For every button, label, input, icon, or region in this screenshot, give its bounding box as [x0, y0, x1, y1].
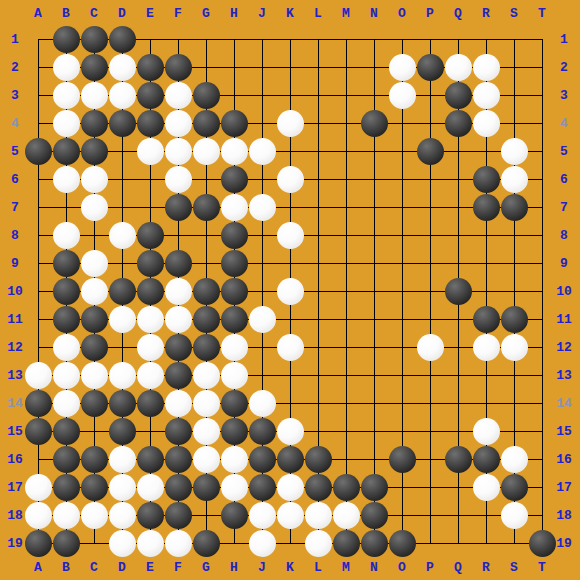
- point-B3[interactable]: [52, 81, 80, 109]
- point-M1[interactable]: [332, 25, 360, 53]
- point-T11[interactable]: [528, 305, 556, 333]
- point-P5[interactable]: [416, 137, 444, 165]
- point-B14[interactable]: [52, 389, 80, 417]
- point-O16[interactable]: [388, 445, 416, 473]
- point-J3[interactable]: [248, 81, 276, 109]
- point-B8[interactable]: [52, 221, 80, 249]
- point-T17[interactable]: [528, 473, 556, 501]
- point-S10[interactable]: [500, 277, 528, 305]
- point-P11[interactable]: [416, 305, 444, 333]
- point-B7[interactable]: [52, 193, 80, 221]
- point-F19[interactable]: [164, 529, 192, 557]
- point-L9[interactable]: [304, 249, 332, 277]
- point-R7[interactable]: [472, 193, 500, 221]
- point-M19[interactable]: [332, 529, 360, 557]
- point-N7[interactable]: [360, 193, 388, 221]
- point-T2[interactable]: [528, 53, 556, 81]
- point-L8[interactable]: [304, 221, 332, 249]
- point-M8[interactable]: [332, 221, 360, 249]
- point-D17[interactable]: [108, 473, 136, 501]
- point-O2[interactable]: [388, 53, 416, 81]
- point-G1[interactable]: [192, 25, 220, 53]
- point-E2[interactable]: [136, 53, 164, 81]
- point-G6[interactable]: [192, 165, 220, 193]
- point-A9[interactable]: [24, 249, 52, 277]
- point-Q12[interactable]: [444, 333, 472, 361]
- point-H10[interactable]: [220, 277, 248, 305]
- point-M17[interactable]: [332, 473, 360, 501]
- point-L11[interactable]: [304, 305, 332, 333]
- point-J13[interactable]: [248, 361, 276, 389]
- point-F10[interactable]: [164, 277, 192, 305]
- point-M11[interactable]: [332, 305, 360, 333]
- point-B1[interactable]: [52, 25, 80, 53]
- point-S14[interactable]: [500, 389, 528, 417]
- point-D3[interactable]: [108, 81, 136, 109]
- point-E7[interactable]: [136, 193, 164, 221]
- point-T6[interactable]: [528, 165, 556, 193]
- point-J19[interactable]: [248, 529, 276, 557]
- point-P7[interactable]: [416, 193, 444, 221]
- point-J15[interactable]: [248, 417, 276, 445]
- point-R8[interactable]: [472, 221, 500, 249]
- point-K12[interactable]: [276, 333, 304, 361]
- point-E5[interactable]: [136, 137, 164, 165]
- point-J2[interactable]: [248, 53, 276, 81]
- point-B15[interactable]: [52, 417, 80, 445]
- point-H2[interactable]: [220, 53, 248, 81]
- point-L4[interactable]: [304, 109, 332, 137]
- point-B4[interactable]: [52, 109, 80, 137]
- point-H17[interactable]: [220, 473, 248, 501]
- point-D4[interactable]: [108, 109, 136, 137]
- point-O7[interactable]: [388, 193, 416, 221]
- point-O1[interactable]: [388, 25, 416, 53]
- point-D5[interactable]: [108, 137, 136, 165]
- point-A2[interactable]: [24, 53, 52, 81]
- point-B10[interactable]: [52, 277, 80, 305]
- point-F13[interactable]: [164, 361, 192, 389]
- point-K15[interactable]: [276, 417, 304, 445]
- point-C1[interactable]: [80, 25, 108, 53]
- point-S15[interactable]: [500, 417, 528, 445]
- point-T4[interactable]: [528, 109, 556, 137]
- point-C18[interactable]: [80, 501, 108, 529]
- point-Q8[interactable]: [444, 221, 472, 249]
- point-H11[interactable]: [220, 305, 248, 333]
- point-M13[interactable]: [332, 361, 360, 389]
- point-B19[interactable]: [52, 529, 80, 557]
- point-T10[interactable]: [528, 277, 556, 305]
- point-J16[interactable]: [248, 445, 276, 473]
- point-M2[interactable]: [332, 53, 360, 81]
- point-E18[interactable]: [136, 501, 164, 529]
- point-E13[interactable]: [136, 361, 164, 389]
- point-A8[interactable]: [24, 221, 52, 249]
- point-D18[interactable]: [108, 501, 136, 529]
- point-C19[interactable]: [80, 529, 108, 557]
- point-P1[interactable]: [416, 25, 444, 53]
- point-G19[interactable]: [192, 529, 220, 557]
- point-A3[interactable]: [24, 81, 52, 109]
- point-F8[interactable]: [164, 221, 192, 249]
- point-L17[interactable]: [304, 473, 332, 501]
- point-A17[interactable]: [24, 473, 52, 501]
- point-A6[interactable]: [24, 165, 52, 193]
- point-Q3[interactable]: [444, 81, 472, 109]
- point-A7[interactable]: [24, 193, 52, 221]
- point-K10[interactable]: [276, 277, 304, 305]
- point-B2[interactable]: [52, 53, 80, 81]
- point-M14[interactable]: [332, 389, 360, 417]
- point-P17[interactable]: [416, 473, 444, 501]
- point-R10[interactable]: [472, 277, 500, 305]
- point-H19[interactable]: [220, 529, 248, 557]
- point-D7[interactable]: [108, 193, 136, 221]
- point-O17[interactable]: [388, 473, 416, 501]
- point-T18[interactable]: [528, 501, 556, 529]
- point-S17[interactable]: [500, 473, 528, 501]
- point-R1[interactable]: [472, 25, 500, 53]
- point-R2[interactable]: [472, 53, 500, 81]
- point-R16[interactable]: [472, 445, 500, 473]
- point-F3[interactable]: [164, 81, 192, 109]
- point-Q1[interactable]: [444, 25, 472, 53]
- point-T7[interactable]: [528, 193, 556, 221]
- point-R14[interactable]: [472, 389, 500, 417]
- point-N11[interactable]: [360, 305, 388, 333]
- point-F1[interactable]: [164, 25, 192, 53]
- point-G12[interactable]: [192, 333, 220, 361]
- point-E14[interactable]: [136, 389, 164, 417]
- point-N13[interactable]: [360, 361, 388, 389]
- point-H9[interactable]: [220, 249, 248, 277]
- point-A15[interactable]: [24, 417, 52, 445]
- point-N8[interactable]: [360, 221, 388, 249]
- point-Q7[interactable]: [444, 193, 472, 221]
- point-O5[interactable]: [388, 137, 416, 165]
- point-B5[interactable]: [52, 137, 80, 165]
- point-A19[interactable]: [24, 529, 52, 557]
- point-G17[interactable]: [192, 473, 220, 501]
- point-P10[interactable]: [416, 277, 444, 305]
- point-T12[interactable]: [528, 333, 556, 361]
- point-A12[interactable]: [24, 333, 52, 361]
- point-J8[interactable]: [248, 221, 276, 249]
- point-N6[interactable]: [360, 165, 388, 193]
- point-S7[interactable]: [500, 193, 528, 221]
- point-F12[interactable]: [164, 333, 192, 361]
- point-S6[interactable]: [500, 165, 528, 193]
- point-T19[interactable]: [528, 529, 556, 557]
- point-P3[interactable]: [416, 81, 444, 109]
- point-D19[interactable]: [108, 529, 136, 557]
- point-E8[interactable]: [136, 221, 164, 249]
- point-F11[interactable]: [164, 305, 192, 333]
- point-H15[interactable]: [220, 417, 248, 445]
- point-R12[interactable]: [472, 333, 500, 361]
- point-E6[interactable]: [136, 165, 164, 193]
- point-L7[interactable]: [304, 193, 332, 221]
- point-P8[interactable]: [416, 221, 444, 249]
- point-N14[interactable]: [360, 389, 388, 417]
- point-E1[interactable]: [136, 25, 164, 53]
- point-Q9[interactable]: [444, 249, 472, 277]
- point-D1[interactable]: [108, 25, 136, 53]
- point-J9[interactable]: [248, 249, 276, 277]
- point-K18[interactable]: [276, 501, 304, 529]
- point-T5[interactable]: [528, 137, 556, 165]
- point-T13[interactable]: [528, 361, 556, 389]
- point-R18[interactable]: [472, 501, 500, 529]
- point-F9[interactable]: [164, 249, 192, 277]
- point-D15[interactable]: [108, 417, 136, 445]
- point-G10[interactable]: [192, 277, 220, 305]
- point-O18[interactable]: [388, 501, 416, 529]
- point-G15[interactable]: [192, 417, 220, 445]
- point-F14[interactable]: [164, 389, 192, 417]
- point-L19[interactable]: [304, 529, 332, 557]
- point-D16[interactable]: [108, 445, 136, 473]
- point-R6[interactable]: [472, 165, 500, 193]
- point-Q14[interactable]: [444, 389, 472, 417]
- point-R3[interactable]: [472, 81, 500, 109]
- point-M6[interactable]: [332, 165, 360, 193]
- point-Q2[interactable]: [444, 53, 472, 81]
- point-C10[interactable]: [80, 277, 108, 305]
- point-H18[interactable]: [220, 501, 248, 529]
- point-Q4[interactable]: [444, 109, 472, 137]
- point-A16[interactable]: [24, 445, 52, 473]
- point-J18[interactable]: [248, 501, 276, 529]
- point-K1[interactable]: [276, 25, 304, 53]
- point-N2[interactable]: [360, 53, 388, 81]
- point-Q17[interactable]: [444, 473, 472, 501]
- point-K9[interactable]: [276, 249, 304, 277]
- point-M10[interactable]: [332, 277, 360, 305]
- point-K3[interactable]: [276, 81, 304, 109]
- point-P13[interactable]: [416, 361, 444, 389]
- point-P12[interactable]: [416, 333, 444, 361]
- point-K13[interactable]: [276, 361, 304, 389]
- point-Q10[interactable]: [444, 277, 472, 305]
- point-A18[interactable]: [24, 501, 52, 529]
- point-P6[interactable]: [416, 165, 444, 193]
- point-E12[interactable]: [136, 333, 164, 361]
- point-F17[interactable]: [164, 473, 192, 501]
- point-F4[interactable]: [164, 109, 192, 137]
- point-S18[interactable]: [500, 501, 528, 529]
- point-R17[interactable]: [472, 473, 500, 501]
- point-H12[interactable]: [220, 333, 248, 361]
- point-N10[interactable]: [360, 277, 388, 305]
- point-E10[interactable]: [136, 277, 164, 305]
- point-P4[interactable]: [416, 109, 444, 137]
- point-H16[interactable]: [220, 445, 248, 473]
- point-J14[interactable]: [248, 389, 276, 417]
- point-N1[interactable]: [360, 25, 388, 53]
- point-L2[interactable]: [304, 53, 332, 81]
- point-G8[interactable]: [192, 221, 220, 249]
- point-R13[interactable]: [472, 361, 500, 389]
- point-L13[interactable]: [304, 361, 332, 389]
- point-G5[interactable]: [192, 137, 220, 165]
- point-F18[interactable]: [164, 501, 192, 529]
- point-C12[interactable]: [80, 333, 108, 361]
- point-P19[interactable]: [416, 529, 444, 557]
- point-M4[interactable]: [332, 109, 360, 137]
- point-A14[interactable]: [24, 389, 52, 417]
- point-M12[interactable]: [332, 333, 360, 361]
- point-H13[interactable]: [220, 361, 248, 389]
- point-C3[interactable]: [80, 81, 108, 109]
- point-E17[interactable]: [136, 473, 164, 501]
- point-J17[interactable]: [248, 473, 276, 501]
- point-E9[interactable]: [136, 249, 164, 277]
- point-L10[interactable]: [304, 277, 332, 305]
- point-R4[interactable]: [472, 109, 500, 137]
- point-G11[interactable]: [192, 305, 220, 333]
- point-M3[interactable]: [332, 81, 360, 109]
- point-L18[interactable]: [304, 501, 332, 529]
- point-F15[interactable]: [164, 417, 192, 445]
- point-O13[interactable]: [388, 361, 416, 389]
- point-E19[interactable]: [136, 529, 164, 557]
- point-K5[interactable]: [276, 137, 304, 165]
- point-G4[interactable]: [192, 109, 220, 137]
- point-T15[interactable]: [528, 417, 556, 445]
- point-T14[interactable]: [528, 389, 556, 417]
- point-O12[interactable]: [388, 333, 416, 361]
- point-R11[interactable]: [472, 305, 500, 333]
- point-E3[interactable]: [136, 81, 164, 109]
- point-O9[interactable]: [388, 249, 416, 277]
- point-B13[interactable]: [52, 361, 80, 389]
- point-O3[interactable]: [388, 81, 416, 109]
- point-E15[interactable]: [136, 417, 164, 445]
- point-G3[interactable]: [192, 81, 220, 109]
- point-P18[interactable]: [416, 501, 444, 529]
- point-M5[interactable]: [332, 137, 360, 165]
- point-T3[interactable]: [528, 81, 556, 109]
- point-B16[interactable]: [52, 445, 80, 473]
- point-H3[interactable]: [220, 81, 248, 109]
- point-M16[interactable]: [332, 445, 360, 473]
- point-B9[interactable]: [52, 249, 80, 277]
- point-C11[interactable]: [80, 305, 108, 333]
- point-A11[interactable]: [24, 305, 52, 333]
- point-Q13[interactable]: [444, 361, 472, 389]
- point-C2[interactable]: [80, 53, 108, 81]
- point-D11[interactable]: [108, 305, 136, 333]
- point-N4[interactable]: [360, 109, 388, 137]
- point-K6[interactable]: [276, 165, 304, 193]
- point-F7[interactable]: [164, 193, 192, 221]
- point-J11[interactable]: [248, 305, 276, 333]
- point-M9[interactable]: [332, 249, 360, 277]
- point-K16[interactable]: [276, 445, 304, 473]
- point-F16[interactable]: [164, 445, 192, 473]
- point-D14[interactable]: [108, 389, 136, 417]
- point-N17[interactable]: [360, 473, 388, 501]
- point-G16[interactable]: [192, 445, 220, 473]
- point-S2[interactable]: [500, 53, 528, 81]
- point-G7[interactable]: [192, 193, 220, 221]
- point-O10[interactable]: [388, 277, 416, 305]
- point-H4[interactable]: [220, 109, 248, 137]
- point-S8[interactable]: [500, 221, 528, 249]
- point-N9[interactable]: [360, 249, 388, 277]
- point-P2[interactable]: [416, 53, 444, 81]
- point-M7[interactable]: [332, 193, 360, 221]
- point-L6[interactable]: [304, 165, 332, 193]
- point-S19[interactable]: [500, 529, 528, 557]
- point-R19[interactable]: [472, 529, 500, 557]
- point-S4[interactable]: [500, 109, 528, 137]
- point-J12[interactable]: [248, 333, 276, 361]
- point-N18[interactable]: [360, 501, 388, 529]
- point-F6[interactable]: [164, 165, 192, 193]
- point-K17[interactable]: [276, 473, 304, 501]
- point-E16[interactable]: [136, 445, 164, 473]
- point-S13[interactable]: [500, 361, 528, 389]
- point-F2[interactable]: [164, 53, 192, 81]
- point-K7[interactable]: [276, 193, 304, 221]
- point-N12[interactable]: [360, 333, 388, 361]
- point-C14[interactable]: [80, 389, 108, 417]
- point-S16[interactable]: [500, 445, 528, 473]
- point-H8[interactable]: [220, 221, 248, 249]
- point-E11[interactable]: [136, 305, 164, 333]
- point-B17[interactable]: [52, 473, 80, 501]
- point-C16[interactable]: [80, 445, 108, 473]
- point-D2[interactable]: [108, 53, 136, 81]
- point-J6[interactable]: [248, 165, 276, 193]
- point-M18[interactable]: [332, 501, 360, 529]
- point-L16[interactable]: [304, 445, 332, 473]
- point-Q16[interactable]: [444, 445, 472, 473]
- point-S11[interactable]: [500, 305, 528, 333]
- point-B18[interactable]: [52, 501, 80, 529]
- point-L12[interactable]: [304, 333, 332, 361]
- point-M15[interactable]: [332, 417, 360, 445]
- point-C17[interactable]: [80, 473, 108, 501]
- point-K8[interactable]: [276, 221, 304, 249]
- point-O4[interactable]: [388, 109, 416, 137]
- point-L5[interactable]: [304, 137, 332, 165]
- point-R15[interactable]: [472, 417, 500, 445]
- point-B12[interactable]: [52, 333, 80, 361]
- point-S12[interactable]: [500, 333, 528, 361]
- point-K19[interactable]: [276, 529, 304, 557]
- point-S9[interactable]: [500, 249, 528, 277]
- point-A10[interactable]: [24, 277, 52, 305]
- point-H14[interactable]: [220, 389, 248, 417]
- point-O8[interactable]: [388, 221, 416, 249]
- point-N16[interactable]: [360, 445, 388, 473]
- point-A5[interactable]: [24, 137, 52, 165]
- point-P15[interactable]: [416, 417, 444, 445]
- point-T8[interactable]: [528, 221, 556, 249]
- point-O15[interactable]: [388, 417, 416, 445]
- point-C13[interactable]: [80, 361, 108, 389]
- point-C4[interactable]: [80, 109, 108, 137]
- point-O6[interactable]: [388, 165, 416, 193]
- point-D9[interactable]: [108, 249, 136, 277]
- point-H6[interactable]: [220, 165, 248, 193]
- point-E4[interactable]: [136, 109, 164, 137]
- point-T1[interactable]: [528, 25, 556, 53]
